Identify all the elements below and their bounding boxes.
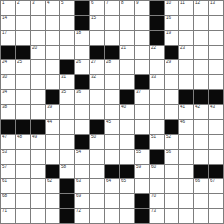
cell-r9-c15[interactable] bbox=[209, 120, 223, 134]
cell-r14-c1[interactable]: 68 bbox=[1, 194, 15, 208]
cell-r13-c14[interactable]: 66 bbox=[194, 179, 208, 193]
clue-number-28: 28 bbox=[106, 60, 111, 64]
cell-r10-c12[interactable]: 52 bbox=[165, 135, 179, 149]
block-cell-r5-c5 bbox=[60, 60, 74, 74]
clue-number-52: 52 bbox=[166, 135, 171, 139]
cell-r1-c9[interactable]: 8 bbox=[120, 1, 134, 15]
cell-r5-c7[interactable]: 27 bbox=[90, 60, 104, 74]
clue-number-5: 5 bbox=[61, 1, 64, 5]
block-cell-r14-c10 bbox=[135, 194, 149, 208]
cell-r4-c9[interactable]: 21 bbox=[120, 46, 134, 60]
cell-r6-c1[interactable]: 30 bbox=[1, 75, 15, 89]
clue-number-31: 31 bbox=[61, 75, 66, 79]
cell-r4-c5[interactable] bbox=[60, 46, 74, 60]
clue-number-36: 36 bbox=[76, 90, 81, 94]
clue-number-29: 29 bbox=[166, 60, 171, 64]
cell-r13-c7[interactable] bbox=[90, 179, 104, 193]
clue-number-49: 49 bbox=[32, 135, 37, 139]
cell-r13-c11[interactable] bbox=[150, 179, 164, 193]
cell-r2-c8[interactable] bbox=[105, 16, 119, 30]
block-cell-r9-c7 bbox=[90, 120, 104, 134]
cell-r4-c13[interactable]: 23 bbox=[179, 46, 193, 60]
cell-r2-c3[interactable] bbox=[31, 16, 45, 30]
cell-r1-c8[interactable]: 7 bbox=[105, 1, 119, 15]
clue-number-60: 60 bbox=[151, 165, 156, 169]
cell-r10-c3[interactable]: 49 bbox=[31, 135, 45, 149]
cell-r5-c8[interactable]: 28 bbox=[105, 60, 119, 74]
cell-r12-c11[interactable]: 60 bbox=[150, 165, 164, 179]
crossword-puzzle: 1234567891011121314151617181920212223242… bbox=[0, 0, 224, 224]
cell-r10-c8[interactable] bbox=[105, 135, 119, 149]
cell-r12-c6[interactable] bbox=[75, 165, 89, 179]
clue-number-64: 64 bbox=[106, 179, 111, 183]
cell-r6-c15[interactable] bbox=[209, 75, 223, 89]
cell-r10-c11[interactable]: 51 bbox=[150, 135, 164, 149]
cell-r15-c4[interactable] bbox=[46, 209, 60, 223]
cell-r8-c9[interactable]: 40 bbox=[120, 105, 134, 119]
cell-r11-c7[interactable] bbox=[90, 150, 104, 164]
cell-r15-c2[interactable] bbox=[16, 209, 30, 223]
clue-number-26: 26 bbox=[76, 60, 81, 64]
cell-r5-c12[interactable]: 29 bbox=[165, 60, 179, 74]
cell-r5-c11[interactable] bbox=[150, 60, 164, 74]
cell-r3-c2[interactable] bbox=[16, 31, 30, 45]
clue-number-32: 32 bbox=[91, 75, 96, 79]
cell-r10-c5[interactable] bbox=[60, 135, 74, 149]
cell-r14-c6[interactable]: 69 bbox=[75, 194, 89, 208]
cell-r9-c10[interactable] bbox=[135, 120, 149, 134]
cell-r2-c4[interactable] bbox=[46, 16, 60, 30]
clue-number-18: 18 bbox=[76, 31, 81, 35]
cell-r7-c1[interactable]: 34 bbox=[1, 90, 15, 104]
cell-r3-c1[interactable]: 17 bbox=[1, 31, 15, 45]
block-cell-r10-c6 bbox=[75, 135, 89, 149]
cell-r2-c13[interactable] bbox=[179, 16, 193, 30]
cell-r15-c7[interactable] bbox=[90, 209, 104, 223]
cell-r10-c9[interactable] bbox=[120, 135, 134, 149]
clue-number-22: 22 bbox=[151, 46, 156, 50]
block-cell-r11-c11 bbox=[150, 150, 164, 164]
cell-r5-c6[interactable]: 26 bbox=[75, 60, 89, 74]
clue-number-6: 6 bbox=[91, 1, 94, 5]
clue-number-35: 35 bbox=[61, 90, 66, 94]
cell-r2-c14[interactable] bbox=[194, 16, 208, 30]
clue-number-3: 3 bbox=[32, 1, 35, 5]
block-cell-r9-c1 bbox=[1, 120, 15, 134]
cell-r4-c10[interactable] bbox=[135, 46, 149, 60]
clue-number-43: 43 bbox=[210, 105, 215, 109]
clue-number-17: 17 bbox=[2, 31, 7, 35]
clue-number-16: 16 bbox=[166, 16, 171, 20]
cell-r10-c13[interactable] bbox=[179, 135, 193, 149]
block-cell-r1-c6 bbox=[75, 1, 89, 15]
cell-r2-c2[interactable] bbox=[16, 16, 30, 30]
clue-number-10: 10 bbox=[166, 1, 171, 5]
block-cell-r9-c3 bbox=[31, 120, 45, 134]
cell-r15-c9[interactable] bbox=[120, 209, 134, 223]
cell-r7-c10[interactable]: 37 bbox=[135, 90, 149, 104]
cell-r10-c1[interactable]: 47 bbox=[1, 135, 15, 149]
cell-r14-c13[interactable] bbox=[179, 194, 193, 208]
cell-r11-c13[interactable] bbox=[179, 150, 193, 164]
cell-r1-c15[interactable]: 13 bbox=[209, 1, 223, 15]
cell-r12-c7[interactable] bbox=[90, 165, 104, 179]
cell-r8-c3[interactable] bbox=[31, 105, 45, 119]
clue-number-66: 66 bbox=[195, 179, 200, 183]
cell-r13-c9[interactable]: 65 bbox=[120, 179, 134, 193]
cell-r10-c2[interactable]: 48 bbox=[16, 135, 30, 149]
cell-r3-c7[interactable] bbox=[90, 31, 104, 45]
cell-r12-c3[interactable] bbox=[31, 165, 45, 179]
block-cell-r3-c11 bbox=[150, 31, 164, 45]
cell-r1-c14[interactable]: 12 bbox=[194, 1, 208, 15]
block-cell-r9-c2 bbox=[16, 120, 30, 134]
cell-r15-c3[interactable] bbox=[31, 209, 45, 223]
cell-r1-c7[interactable]: 6 bbox=[90, 1, 104, 15]
cell-r8-c15[interactable]: 43 bbox=[209, 105, 223, 119]
clue-number-45: 45 bbox=[106, 120, 111, 124]
cell-r9-c11[interactable] bbox=[150, 120, 164, 134]
cell-r4-c11[interactable]: 22 bbox=[150, 46, 164, 60]
cell-r5-c4[interactable] bbox=[46, 60, 60, 74]
cell-r5-c2[interactable]: 25 bbox=[16, 60, 30, 74]
cell-r9-c6[interactable] bbox=[75, 120, 89, 134]
cell-r3-c14[interactable] bbox=[194, 31, 208, 45]
cell-r6-c13[interactable] bbox=[179, 75, 193, 89]
cell-r13-c1[interactable]: 61 bbox=[1, 179, 15, 193]
cell-r1-c13[interactable]: 11 bbox=[179, 1, 193, 15]
cell-r6-c14[interactable] bbox=[194, 75, 208, 89]
cell-r14-c9[interactable] bbox=[120, 194, 134, 208]
clue-number-9: 9 bbox=[136, 1, 139, 5]
cell-r11-c12[interactable]: 56 bbox=[165, 150, 179, 164]
block-cell-r15-c5 bbox=[60, 209, 74, 223]
cell-r8-c10[interactable] bbox=[135, 105, 149, 119]
block-cell-r4-c7 bbox=[90, 46, 104, 60]
clue-number-38: 38 bbox=[2, 105, 7, 109]
cell-r3-c9[interactable] bbox=[120, 31, 134, 45]
clue-number-34: 34 bbox=[2, 90, 7, 94]
clue-number-61: 61 bbox=[2, 179, 7, 183]
cell-r13-c13[interactable] bbox=[179, 179, 193, 193]
cell-r11-c15[interactable] bbox=[209, 150, 223, 164]
cell-r3-c6[interactable]: 18 bbox=[75, 31, 89, 45]
block-cell-r14-c5 bbox=[60, 194, 74, 208]
crossword-grid: 1234567891011121314151617181920212223242… bbox=[0, 0, 224, 224]
clue-number-15: 15 bbox=[91, 16, 96, 20]
clue-number-65: 65 bbox=[121, 179, 126, 183]
cell-r5-c1[interactable]: 24 bbox=[1, 60, 15, 74]
cell-r8-c14[interactable]: 42 bbox=[194, 105, 208, 119]
clue-number-24: 24 bbox=[2, 60, 7, 64]
cell-r14-c2[interactable] bbox=[16, 194, 30, 208]
clue-number-51: 51 bbox=[151, 135, 156, 139]
cell-r14-c12[interactable] bbox=[165, 194, 179, 208]
clue-number-58: 58 bbox=[61, 165, 66, 169]
block-cell-r2-c6 bbox=[75, 16, 89, 30]
cell-r13-c4[interactable]: 62 bbox=[46, 179, 60, 193]
cell-r11-c5[interactable] bbox=[60, 150, 74, 164]
cell-r11-c4[interactable] bbox=[46, 150, 60, 164]
cell-r7-c3[interactable] bbox=[31, 90, 45, 104]
cell-r3-c15[interactable] bbox=[209, 31, 223, 45]
cell-r13-c8[interactable]: 64 bbox=[105, 179, 119, 193]
cell-r6-c7[interactable]: 32 bbox=[90, 75, 104, 89]
clue-number-57: 57 bbox=[2, 165, 7, 169]
clue-number-62: 62 bbox=[47, 179, 52, 183]
clue-number-4: 4 bbox=[47, 1, 50, 5]
clue-number-39: 39 bbox=[47, 105, 52, 109]
clue-number-54: 54 bbox=[76, 150, 81, 154]
cell-r1-c5[interactable]: 5 bbox=[60, 1, 74, 15]
cell-r9-c4[interactable]: 44 bbox=[46, 120, 60, 134]
cell-r8-c12[interactable] bbox=[165, 105, 179, 119]
cell-r6-c3[interactable] bbox=[31, 75, 45, 89]
clue-number-48: 48 bbox=[17, 135, 22, 139]
cell-r15-c12[interactable] bbox=[165, 209, 179, 223]
cell-r6-c9[interactable] bbox=[120, 75, 134, 89]
block-cell-r10-c10 bbox=[135, 135, 149, 149]
clue-number-59: 59 bbox=[136, 165, 141, 169]
block-cell-r7-c4 bbox=[46, 90, 60, 104]
cell-r6-c4[interactable] bbox=[46, 75, 60, 89]
clue-number-50: 50 bbox=[91, 135, 96, 139]
cell-r1-c12[interactable]: 10 bbox=[165, 1, 179, 15]
clue-number-69: 69 bbox=[76, 194, 81, 198]
cell-r6-c11[interactable]: 33 bbox=[150, 75, 164, 89]
cell-r12-c10[interactable]: 59 bbox=[135, 165, 149, 179]
block-cell-r12-c4 bbox=[46, 165, 60, 179]
clue-number-14: 14 bbox=[2, 16, 7, 20]
clue-number-7: 7 bbox=[106, 1, 109, 5]
block-cell-r1-c11 bbox=[150, 1, 164, 15]
block-cell-r6-c6 bbox=[75, 75, 89, 89]
clue-number-41: 41 bbox=[180, 105, 185, 109]
cell-r8-c4[interactable]: 39 bbox=[46, 105, 60, 119]
cell-r4-c15[interactable] bbox=[209, 46, 223, 60]
cell-r1-c10[interactable]: 9 bbox=[135, 1, 149, 15]
cell-r11-c2[interactable] bbox=[16, 150, 30, 164]
clue-number-20: 20 bbox=[32, 46, 37, 50]
cell-r1-c4[interactable]: 4 bbox=[46, 1, 60, 15]
cell-r4-c6[interactable] bbox=[75, 46, 89, 60]
cell-r1-c2[interactable]: 2 bbox=[16, 1, 30, 15]
cell-r12-c12[interactable] bbox=[165, 165, 179, 179]
clue-number-2: 2 bbox=[17, 1, 20, 5]
block-cell-r7-c15 bbox=[209, 90, 223, 104]
cell-r3-c13[interactable] bbox=[179, 31, 193, 45]
cell-r6-c8[interactable] bbox=[105, 75, 119, 89]
cell-r9-c14[interactable] bbox=[194, 120, 208, 134]
cell-r7-c12[interactable] bbox=[165, 90, 179, 104]
cell-r2-c1[interactable]: 14 bbox=[1, 16, 15, 30]
clue-number-1: 1 bbox=[2, 1, 5, 5]
cell-r6-c5[interactable]: 31 bbox=[60, 75, 74, 89]
cell-r6-c2[interactable] bbox=[16, 75, 30, 89]
block-cell-r15-c10 bbox=[135, 209, 149, 223]
clue-number-19: 19 bbox=[166, 31, 171, 35]
block-cell-r4-c12 bbox=[165, 46, 179, 60]
clue-number-27: 27 bbox=[91, 60, 96, 64]
cell-r7-c5[interactable]: 35 bbox=[60, 90, 74, 104]
cell-r13-c6[interactable]: 63 bbox=[75, 179, 89, 193]
cell-r8-c13[interactable]: 41 bbox=[179, 105, 193, 119]
cell-r14-c7[interactable] bbox=[90, 194, 104, 208]
cell-r15-c13[interactable] bbox=[179, 209, 193, 223]
cell-r5-c15[interactable] bbox=[209, 60, 223, 74]
clue-number-37: 37 bbox=[136, 90, 141, 94]
cell-r8-c11[interactable] bbox=[150, 105, 164, 119]
block-cell-r4-c2 bbox=[16, 46, 30, 60]
clue-number-40: 40 bbox=[121, 105, 126, 109]
cell-r15-c14[interactable] bbox=[194, 209, 208, 223]
clue-number-33: 33 bbox=[151, 75, 156, 79]
cell-r9-c8[interactable]: 45 bbox=[105, 120, 119, 134]
cell-r7-c2[interactable] bbox=[16, 90, 30, 104]
cell-r11-c14[interactable] bbox=[194, 150, 208, 164]
clue-number-21: 21 bbox=[121, 46, 126, 50]
cell-r13-c10[interactable] bbox=[135, 179, 149, 193]
block-cell-r12-c14 bbox=[194, 165, 208, 179]
cell-r11-c6[interactable]: 54 bbox=[75, 150, 89, 164]
cell-r8-c2[interactable] bbox=[16, 105, 30, 119]
clue-number-12: 12 bbox=[195, 1, 200, 5]
clue-number-25: 25 bbox=[17, 60, 22, 64]
clue-number-46: 46 bbox=[180, 120, 185, 124]
cell-r9-c13[interactable]: 46 bbox=[179, 120, 193, 134]
clue-number-53: 53 bbox=[2, 150, 7, 154]
cell-r11-c9[interactable] bbox=[120, 150, 134, 164]
clue-number-71: 71 bbox=[2, 209, 7, 213]
block-cell-r7-c9 bbox=[120, 90, 134, 104]
cell-r3-c4[interactable] bbox=[46, 31, 60, 45]
cell-r15-c1[interactable]: 71 bbox=[1, 209, 15, 223]
block-cell-r12-c8 bbox=[105, 165, 119, 179]
cell-r15-c11[interactable]: 73 bbox=[150, 209, 164, 223]
cell-r13-c12[interactable] bbox=[165, 179, 179, 193]
clue-number-23: 23 bbox=[180, 46, 185, 50]
clue-number-63: 63 bbox=[76, 179, 81, 183]
cell-r11-c8[interactable] bbox=[105, 150, 119, 164]
cell-r2-c9[interactable] bbox=[120, 16, 134, 30]
cell-r3-c5[interactable] bbox=[60, 31, 74, 45]
clue-number-42: 42 bbox=[195, 105, 200, 109]
clue-number-11: 11 bbox=[180, 1, 185, 5]
clue-number-30: 30 bbox=[2, 75, 7, 79]
cell-r11-c3[interactable] bbox=[31, 150, 45, 164]
cell-r5-c3[interactable] bbox=[31, 60, 45, 74]
cell-r14-c14[interactable] bbox=[194, 194, 208, 208]
cell-r12-c5[interactable]: 58 bbox=[60, 165, 74, 179]
block-cell-r4-c8 bbox=[105, 46, 119, 60]
cell-r3-c3[interactable] bbox=[31, 31, 45, 45]
cell-r4-c4[interactable] bbox=[46, 46, 60, 60]
clue-number-44: 44 bbox=[47, 120, 52, 124]
clue-number-68: 68 bbox=[2, 194, 7, 198]
clue-number-8: 8 bbox=[121, 1, 124, 5]
cell-r5-c14[interactable] bbox=[194, 60, 208, 74]
cell-r6-c12[interactable] bbox=[165, 75, 179, 89]
cell-r1-c1[interactable]: 1 bbox=[1, 1, 15, 15]
cell-r14-c4[interactable] bbox=[46, 194, 60, 208]
cell-r12-c13[interactable] bbox=[179, 165, 193, 179]
cell-r10-c4[interactable] bbox=[46, 135, 60, 149]
cell-r11-c1[interactable]: 53 bbox=[1, 150, 15, 164]
clue-number-70: 70 bbox=[151, 194, 156, 198]
clue-number-67: 67 bbox=[210, 179, 215, 183]
clue-number-55: 55 bbox=[136, 150, 141, 154]
cell-r14-c3[interactable] bbox=[31, 194, 45, 208]
cell-r8-c5[interactable] bbox=[60, 105, 74, 119]
cell-r14-c11[interactable]: 70 bbox=[150, 194, 164, 208]
clue-number-72: 72 bbox=[76, 209, 81, 213]
cell-r4-c14[interactable] bbox=[194, 46, 208, 60]
cell-r2-c7[interactable]: 15 bbox=[90, 16, 104, 30]
block-cell-r6-c10 bbox=[135, 75, 149, 89]
block-cell-r12-c15 bbox=[209, 165, 223, 179]
cell-r10-c7[interactable]: 50 bbox=[90, 135, 104, 149]
cell-r2-c12[interactable]: 16 bbox=[165, 16, 179, 30]
cell-r12-c2[interactable] bbox=[16, 165, 30, 179]
cell-r8-c8[interactable] bbox=[105, 105, 119, 119]
cell-r15-c6[interactable]: 72 bbox=[75, 209, 89, 223]
cell-r2-c15[interactable] bbox=[209, 16, 223, 30]
cell-r5-c9[interactable] bbox=[120, 60, 134, 74]
cell-r7-c8[interactable] bbox=[105, 90, 119, 104]
cell-r2-c10[interactable] bbox=[135, 16, 149, 30]
cell-r14-c8[interactable] bbox=[105, 194, 119, 208]
cell-r3-c10[interactable] bbox=[135, 31, 149, 45]
block-cell-r7-c13 bbox=[179, 90, 193, 104]
cell-r3-c8[interactable] bbox=[105, 31, 119, 45]
cell-r2-c5[interactable] bbox=[60, 16, 74, 30]
block-cell-r2-c11 bbox=[150, 16, 164, 30]
cell-r4-c3[interactable]: 20 bbox=[31, 46, 45, 60]
block-cell-r4-c1 bbox=[1, 46, 15, 60]
cell-r13-c3[interactable] bbox=[31, 179, 45, 193]
cell-r15-c8[interactable] bbox=[105, 209, 119, 223]
cell-r10-c14[interactable] bbox=[194, 135, 208, 149]
clue-number-73: 73 bbox=[151, 209, 156, 213]
block-cell-r12-c9 bbox=[120, 165, 134, 179]
cell-r12-c1[interactable]: 57 bbox=[1, 165, 15, 179]
cell-r15-c15[interactable] bbox=[209, 209, 223, 223]
cell-r5-c13[interactable] bbox=[179, 60, 193, 74]
cell-r3-c12[interactable]: 19 bbox=[165, 31, 179, 45]
cell-r9-c5[interactable] bbox=[60, 120, 74, 134]
clue-number-47: 47 bbox=[2, 135, 7, 139]
cell-r8-c1[interactable]: 38 bbox=[1, 105, 15, 119]
cell-r5-c10[interactable] bbox=[135, 60, 149, 74]
cell-r7-c7[interactable] bbox=[90, 90, 104, 104]
cell-r14-c15[interactable] bbox=[209, 194, 223, 208]
clue-number-56: 56 bbox=[166, 150, 171, 154]
cell-r7-c6[interactable]: 36 bbox=[75, 90, 89, 104]
clue-number-13: 13 bbox=[210, 1, 215, 5]
cell-r13-c15[interactable]: 67 bbox=[209, 179, 223, 193]
cell-r11-c10[interactable]: 55 bbox=[135, 150, 149, 164]
cell-r7-c11[interactable] bbox=[150, 90, 164, 104]
cell-r8-c6[interactable] bbox=[75, 105, 89, 119]
cell-r8-c7[interactable] bbox=[90, 105, 104, 119]
cell-r13-c2[interactable] bbox=[16, 179, 30, 193]
block-cell-r7-c14 bbox=[194, 90, 208, 104]
cell-r9-c9[interactable] bbox=[120, 120, 134, 134]
block-cell-r9-c12 bbox=[165, 120, 179, 134]
cell-r10-c15[interactable] bbox=[209, 135, 223, 149]
block-cell-r13-c5 bbox=[60, 179, 74, 193]
cell-r1-c3[interactable]: 3 bbox=[31, 1, 45, 15]
